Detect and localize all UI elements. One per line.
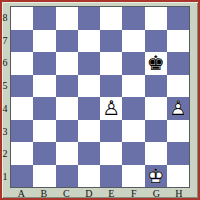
square-b6[interactable]: [33, 52, 55, 75]
file-label-h: H: [168, 188, 191, 199]
file-label-b: B: [33, 188, 56, 199]
square-d8[interactable]: [78, 7, 100, 30]
square-g8[interactable]: [145, 7, 167, 30]
square-e6[interactable]: [100, 52, 122, 75]
rank-label-8: 8: [0, 6, 10, 29]
rank-label-7: 7: [0, 29, 10, 52]
square-f3[interactable]: [122, 120, 144, 143]
square-h6[interactable]: [167, 52, 189, 75]
rank-label-6: 6: [0, 52, 10, 75]
square-d2[interactable]: [78, 142, 100, 165]
rank-label-2: 2: [0, 143, 10, 166]
square-d3[interactable]: [78, 120, 100, 143]
square-b3[interactable]: [33, 120, 55, 143]
file-label-g: G: [145, 188, 168, 199]
square-h2[interactable]: [167, 142, 189, 165]
white-pawn[interactable]: ♟: [100, 97, 122, 120]
rank-label-1: 1: [0, 165, 10, 188]
square-f2[interactable]: [122, 142, 144, 165]
square-g2[interactable]: [145, 142, 167, 165]
square-g7[interactable]: [145, 30, 167, 53]
square-e8[interactable]: [100, 7, 122, 30]
square-g5[interactable]: [145, 75, 167, 98]
square-a6[interactable]: [11, 52, 33, 75]
file-label-a: A: [10, 188, 33, 199]
rank-label-3: 3: [0, 120, 10, 143]
white-king[interactable]: ♚: [145, 165, 167, 188]
file-label-c: C: [55, 188, 78, 199]
square-c4[interactable]: [56, 97, 78, 120]
square-d1[interactable]: [78, 165, 100, 188]
square-f4[interactable]: [122, 97, 144, 120]
square-b2[interactable]: [33, 142, 55, 165]
square-a1[interactable]: [11, 165, 33, 188]
square-c3[interactable]: [56, 120, 78, 143]
square-a7[interactable]: [11, 30, 33, 53]
square-f1[interactable]: [122, 165, 144, 188]
square-e7[interactable]: [100, 30, 122, 53]
square-f6[interactable]: [122, 52, 144, 75]
square-h4[interactable]: ♟♙: [167, 97, 189, 120]
square-b5[interactable]: [33, 75, 55, 98]
square-e1[interactable]: [100, 165, 122, 188]
square-f8[interactable]: [122, 7, 144, 30]
file-label-e: E: [100, 188, 123, 199]
white-king-outline: ♔: [145, 165, 167, 188]
white-pawn-outline: ♙: [167, 97, 189, 120]
square-b4[interactable]: [33, 97, 55, 120]
square-e5[interactable]: [100, 75, 122, 98]
square-f5[interactable]: [122, 75, 144, 98]
square-g3[interactable]: [145, 120, 167, 143]
square-f7[interactable]: [122, 30, 144, 53]
square-b7[interactable]: [33, 30, 55, 53]
square-d5[interactable]: [78, 75, 100, 98]
file-label-f: F: [123, 188, 146, 199]
square-c1[interactable]: [56, 165, 78, 188]
white-pawn-outline: ♙: [100, 97, 122, 120]
file-labels: ABCDEFGH: [10, 188, 190, 199]
rank-labels: 87654321: [0, 6, 10, 188]
square-g4[interactable]: [145, 97, 167, 120]
white-pawn[interactable]: ♟: [167, 97, 189, 120]
square-c7[interactable]: [56, 30, 78, 53]
square-e2[interactable]: [100, 142, 122, 165]
rank-label-4: 4: [0, 97, 10, 120]
square-a4[interactable]: [11, 97, 33, 120]
square-a2[interactable]: [11, 142, 33, 165]
square-a5[interactable]: [11, 75, 33, 98]
square-e3[interactable]: [100, 120, 122, 143]
square-h8[interactable]: [167, 7, 189, 30]
rank-label-5: 5: [0, 74, 10, 97]
chess-board[interactable]: ♚♟♙♟♙♚♔: [10, 6, 190, 188]
square-d6[interactable]: [78, 52, 100, 75]
square-h7[interactable]: [167, 30, 189, 53]
black-king[interactable]: ♚: [145, 52, 167, 75]
square-c6[interactable]: [56, 52, 78, 75]
square-g6[interactable]: ♚: [145, 52, 167, 75]
square-a3[interactable]: [11, 120, 33, 143]
square-h3[interactable]: [167, 120, 189, 143]
square-d7[interactable]: [78, 30, 100, 53]
square-d4[interactable]: [78, 97, 100, 120]
square-e4[interactable]: ♟♙: [100, 97, 122, 120]
chess-diagram: 87654321 ABCDEFGH ♚♟♙♟♙♚♔: [0, 0, 200, 200]
square-g1[interactable]: ♚♔: [145, 165, 167, 188]
square-a8[interactable]: [11, 7, 33, 30]
file-label-d: D: [78, 188, 101, 199]
square-c2[interactable]: [56, 142, 78, 165]
square-h1[interactable]: [167, 165, 189, 188]
square-b1[interactable]: [33, 165, 55, 188]
square-c5[interactable]: [56, 75, 78, 98]
square-c8[interactable]: [56, 7, 78, 30]
square-b8[interactable]: [33, 7, 55, 30]
square-h5[interactable]: [167, 75, 189, 98]
